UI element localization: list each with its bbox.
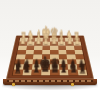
board-front-face <box>3 79 97 85</box>
white-pawn-piece: ♟ <box>36 36 41 46</box>
white-pawn-piece: ♟ <box>59 36 64 46</box>
black-bishop-piece: ♝ <box>59 59 68 76</box>
square-d8: ♛ <box>50 70 59 76</box>
black-rook-piece: ♜ <box>14 62 21 76</box>
black-rook-piece: ♜ <box>79 62 86 76</box>
square-a4 <box>74 50 83 54</box>
chess-board: ♜♞♝♚♛♝♞♜♟♟♟♟♟♟♟♟♟♟♟♟♟♟♟♟♜♞♝♚♛♝♞♜ <box>6 35 94 79</box>
black-knight-piece: ♞ <box>23 60 31 76</box>
front-inlay-dots <box>7 80 93 82</box>
white-pawn-piece: ♟ <box>51 36 56 46</box>
white-pawn-piece: ♟ <box>67 36 72 46</box>
square-f2: ♟ <box>34 42 42 46</box>
square-c8: ♝ <box>59 70 69 76</box>
square-b8: ♞ <box>68 70 78 76</box>
white-pawn-piece: ♟ <box>28 36 33 46</box>
black-knight-piece: ♞ <box>69 60 77 76</box>
square-b2: ♟ <box>65 42 73 46</box>
white-pawn-piece: ♟ <box>43 36 48 46</box>
square-d2: ♟ <box>50 42 58 46</box>
square-e8: ♚ <box>41 70 50 76</box>
square-a8: ♜ <box>77 70 87 76</box>
brass-clasp-right <box>71 83 74 86</box>
square-g8: ♞ <box>22 70 32 76</box>
chess-set-photo: ♜♞♝♚♛♝♞♜♟♟♟♟♟♟♟♟♟♟♟♟♟♟♟♟♜♞♝♚♛♝♞♜ <box>0 0 100 100</box>
white-pawn-piece: ♟ <box>20 36 25 46</box>
white-pawn-piece: ♟ <box>75 36 80 46</box>
chess-board-squares: ♜♞♝♚♛♝♞♜♟♟♟♟♟♟♟♟♟♟♟♟♟♟♟♟♜♞♝♚♛♝♞♜ <box>13 38 87 75</box>
